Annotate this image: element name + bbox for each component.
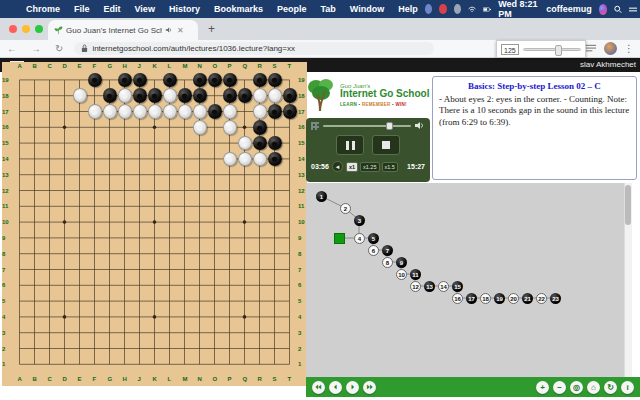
black-stone-F19: ● — [88, 73, 102, 88]
row-label: 4 — [298, 314, 301, 320]
white-stone-J17: ● — [133, 104, 147, 119]
row-label: 8 — [2, 251, 5, 257]
white-stone-N17: ● — [193, 104, 207, 119]
black-stone-T18: ● — [283, 88, 297, 103]
black-stone-S17: ● — [268, 104, 282, 119]
row-label: 17 — [298, 109, 305, 115]
total-time: 15:27 — [407, 163, 425, 170]
row-label: 7 — [298, 267, 301, 273]
menu-edit[interactable]: Edit — [97, 4, 128, 14]
tree-current-position-marker[interactable] — [334, 233, 345, 244]
col-label: J — [138, 376, 141, 382]
black-stone-H19: ● — [118, 73, 132, 88]
tab-favicon-sprout-icon — [54, 26, 63, 35]
col-label: L — [168, 63, 172, 69]
col-label: R — [258, 63, 262, 69]
black-stone-N18: ● — [193, 88, 207, 103]
white-stone-N16: ● — [193, 120, 207, 135]
tree-move-node-4[interactable]: 4 — [354, 233, 365, 244]
row-label: 13 — [2, 172, 9, 178]
col-label: O — [213, 63, 218, 69]
row-label: 19 — [298, 77, 305, 83]
col-label: O — [213, 376, 218, 382]
zoom-out-button[interactable]: − — [553, 381, 566, 394]
tree-move-node-11[interactable]: 11 — [410, 269, 421, 280]
elapsed-time: 03:56 — [311, 163, 329, 170]
tree-move-node-5[interactable]: 5 — [368, 233, 379, 244]
white-stone-M17: ● — [178, 104, 192, 119]
chrome-tab-bar: Guo Juan's Internet Go Sch ✕ + — [0, 18, 640, 40]
col-label: L — [168, 376, 172, 382]
row-label: 15 — [2, 140, 9, 146]
tree-move-node-22[interactable]: 22 — [536, 293, 547, 304]
maximize-window-button[interactable] — [35, 25, 43, 33]
col-label: A — [18, 63, 22, 69]
col-label: D — [63, 63, 67, 69]
zoom-slider-thumb[interactable] — [555, 45, 562, 56]
col-label: N — [198, 376, 202, 382]
col-label: H — [123, 63, 127, 69]
tree-move-node-6[interactable]: 6 — [368, 245, 379, 256]
row-label: 7 — [2, 267, 5, 273]
reading-list-icon[interactable] — [586, 44, 597, 54]
speed-button-x1.25[interactable]: x1.25 — [360, 162, 379, 172]
step-back-button[interactable]: ⏴ — [329, 381, 342, 394]
menu-file[interactable]: File — [67, 4, 97, 14]
siri-icon[interactable] — [599, 4, 607, 15]
tree-connector-lines — [306, 183, 624, 377]
col-label: K — [153, 63, 157, 69]
battery-icon[interactable] — [483, 5, 491, 14]
row-label: 10 — [2, 219, 9, 225]
volume-slider[interactable] — [323, 125, 411, 127]
black-stone-R16: ● — [253, 120, 267, 135]
forward-button[interactable]: → — [31, 43, 41, 54]
white-stone-S18: ● — [268, 88, 282, 103]
audio-player: 03:56 ◂ x1x1.25x1.5 15:27 — [306, 118, 430, 182]
white-stone-L18: ● — [163, 88, 177, 103]
tree-scrollbar-thumb[interactable] — [625, 185, 631, 225]
row-label: 16 — [2, 124, 9, 130]
white-stone-H18: ● — [118, 88, 132, 103]
tree-move-node-9[interactable]: 9 — [396, 257, 407, 268]
camera-status-icon[interactable] — [454, 4, 461, 14]
col-label: Q — [243, 63, 248, 69]
row-label: 12 — [2, 188, 9, 194]
col-label: C — [48, 63, 52, 69]
col-label: P — [228, 376, 232, 382]
screen: Chrome File Edit View History Bookmarks … — [0, 0, 640, 400]
row-label: 18 — [2, 93, 9, 99]
row-label: 8 — [298, 251, 301, 257]
row-label: 11 — [2, 203, 8, 209]
go-board[interactable]: ●●●●●●●●●●●●●●●●●●●●●●●●●●●●●●●●●●●●●●●●… — [2, 62, 307, 386]
board-stones-layer: ●●●●●●●●●●●●●●●●●●●●●●●●●●●●●●●●●●●●●●●●… — [12, 72, 297, 373]
col-label: T — [288, 63, 292, 69]
row-label: 11 — [298, 203, 304, 209]
row-label: 9 — [298, 235, 301, 241]
row-label: 3 — [2, 330, 5, 336]
black-stone-K18: ● — [148, 88, 162, 103]
col-label: K — [153, 376, 157, 382]
lesson-description: - About eyes 2: eyes in the corner. - Co… — [439, 94, 630, 128]
tree-move-node-19[interactable]: 19 — [494, 293, 505, 304]
black-stone-O19: ● — [208, 73, 222, 88]
tab-close-icon[interactable]: ✕ — [177, 26, 184, 35]
black-stone-N19: ● — [193, 73, 207, 88]
white-stone-P17: ● — [223, 104, 237, 119]
menu-clock[interactable]: Wed 8:21 PM — [498, 0, 539, 19]
lock-icon — [81, 44, 88, 53]
url-text: internetgoschool.com/auth/lectures/1036.… — [92, 44, 295, 53]
browser-tab[interactable]: Guo Juan's Internet Go Sch ✕ — [48, 20, 198, 40]
tree-move-node-14[interactable]: 14 — [438, 281, 449, 292]
white-stone-Q14: ● — [238, 152, 252, 167]
rewind-button[interactable]: ◂ — [332, 161, 343, 172]
row-label: 2 — [298, 346, 301, 352]
white-stone-R14: ● — [253, 152, 267, 167]
row-label: 5 — [298, 298, 301, 304]
minimize-window-button[interactable] — [22, 25, 30, 33]
skip-start-button[interactable]: ⏴⏴ — [312, 381, 325, 394]
tab-audio-icon[interactable] — [165, 26, 173, 34]
new-tab-button[interactable]: + — [208, 22, 215, 36]
zoom-in-button[interactable]: + — [536, 381, 549, 394]
col-label: E — [78, 63, 82, 69]
menu-tab[interactable]: Tab — [313, 4, 342, 14]
step-forward-button[interactable]: ⏵ — [346, 381, 359, 394]
black-stone-L19: ● — [163, 73, 177, 88]
tree-move-node-1[interactable]: 1 — [316, 191, 327, 202]
col-label: M — [183, 376, 188, 382]
col-label: P — [228, 63, 232, 69]
col-label: G — [108, 376, 113, 382]
col-label: Q — [243, 376, 248, 382]
pause-button[interactable] — [336, 135, 364, 155]
tree-move-node-15[interactable]: 15 — [452, 281, 463, 292]
logo-main-text: Internet Go School — [340, 89, 429, 100]
site-logo[interactable]: Guo Juan's Internet Go School LEARN - RE… — [306, 74, 430, 116]
reload-button[interactable]: ↻ — [55, 43, 63, 54]
lesson-info-box: Basics: Step-by-step Lesson 02 – C - Abo… — [432, 76, 637, 180]
row-label: 14 — [2, 156, 9, 162]
black-stone-P18: ● — [223, 88, 237, 103]
menu-chrome[interactable]: Chrome — [19, 4, 67, 14]
white-stone-P14: ● — [223, 152, 237, 167]
row-label: 1 — [298, 361, 301, 367]
tree-move-node-13[interactable]: 13 — [424, 281, 435, 292]
skip-end-button[interactable]: ⏵⏵ — [363, 381, 376, 394]
black-stone-R19: ● — [253, 73, 267, 88]
row-label: 18 — [298, 93, 305, 99]
white-stone-L17: ● — [163, 104, 177, 119]
tab-title: Guo Juan's Internet Go Sch — [66, 26, 162, 35]
menu-people[interactable]: People — [270, 4, 314, 14]
stop-button[interactable] — [372, 135, 400, 155]
black-stone-J19: ● — [133, 73, 147, 88]
col-label: S — [273, 376, 277, 382]
white-stone-G17: ● — [103, 104, 117, 119]
macos-menu-bar: Chrome File Edit View History Bookmarks … — [0, 0, 640, 18]
zoom-slider[interactable] — [523, 48, 581, 51]
info-button[interactable]: i — [621, 381, 634, 394]
move-tree-panel[interactable]: 1234567891011121314151617181920212223 — [306, 183, 632, 377]
col-label: A — [18, 376, 22, 382]
black-stone-R15: ● — [253, 136, 267, 151]
tree-move-node-3[interactable]: 3 — [354, 215, 365, 226]
row-label: 2 — [2, 346, 5, 352]
row-label: 6 — [298, 282, 301, 288]
row-label: 19 — [2, 77, 9, 83]
white-stone-K17: ● — [148, 104, 162, 119]
menu-view[interactable]: View — [128, 4, 162, 14]
tree-move-node-7[interactable]: 7 — [382, 245, 393, 256]
white-stone-F17: ● — [88, 104, 102, 119]
people-status-icon[interactable] — [425, 4, 432, 14]
col-label: C — [48, 376, 52, 382]
tree-move-node-12[interactable]: 12 — [410, 281, 421, 292]
tree-move-node-23[interactable]: 23 — [550, 293, 561, 304]
speed-button-x1.5[interactable]: x1.5 — [382, 162, 398, 172]
speed-button-x1[interactable]: x1 — [346, 162, 358, 172]
tree-move-node-21[interactable]: 21 — [522, 293, 533, 304]
black-stone-P19: ● — [223, 73, 237, 88]
menu-help[interactable]: Help — [391, 4, 425, 14]
home-button[interactable]: ⌂ — [587, 381, 600, 394]
col-label: S — [273, 63, 277, 69]
back-button[interactable]: ← — [7, 43, 17, 54]
site-username[interactable]: slav Akhmechet — [580, 60, 636, 69]
row-label: 5 — [2, 298, 5, 304]
col-label: J — [138, 63, 141, 69]
col-label: B — [33, 63, 37, 69]
white-stone-R18: ● — [253, 88, 267, 103]
row-label: 14 — [298, 156, 305, 162]
white-stone-E18: ● — [73, 88, 87, 103]
col-label: F — [93, 376, 97, 382]
black-stone-S15: ● — [268, 136, 282, 151]
volume-knob[interactable] — [386, 122, 393, 130]
logo-tagline: LEARN - REMEMBER - WIN! — [340, 102, 429, 107]
tree-move-node-20[interactable]: 20 — [508, 293, 519, 304]
lesson-title: Basics: Step-by-step Lesson 02 – C — [439, 81, 630, 91]
logo-tree-icon — [306, 77, 336, 113]
white-stone-R17: ● — [253, 104, 267, 119]
tree-move-node-18[interactable]: 18 — [480, 293, 491, 304]
col-label: F — [93, 63, 97, 69]
white-stone-H17: ● — [118, 104, 132, 119]
black-stone-M18: ● — [178, 88, 192, 103]
col-label: H — [123, 376, 127, 382]
col-label: B — [33, 376, 37, 382]
profile-avatar[interactable] — [604, 42, 617, 55]
black-stone-S19: ● — [268, 73, 282, 88]
row-label: 13 — [298, 172, 305, 178]
row-label: 3 — [298, 330, 301, 336]
spotlight-search-icon[interactable] — [614, 5, 622, 14]
menu-username[interactable]: coffeemug — [546, 4, 592, 14]
black-stone-S14: ● — [268, 152, 282, 167]
app-badge-icon[interactable] — [439, 4, 446, 14]
col-label: T — [288, 376, 292, 382]
row-label: 1 — [2, 361, 5, 367]
col-label: N — [198, 63, 202, 69]
refresh-button[interactable]: ↻ — [604, 381, 617, 394]
speaker-icon[interactable] — [415, 121, 425, 130]
row-label: 17 — [2, 109, 9, 115]
zoom-value: 125 — [501, 44, 519, 55]
player-menu-icon[interactable] — [311, 122, 319, 130]
menu-bookmarks[interactable]: Bookmarks — [207, 4, 270, 14]
black-stone-O17: ● — [208, 104, 222, 119]
menu-window[interactable]: Window — [343, 4, 391, 14]
col-label: M — [183, 63, 188, 69]
close-window-button[interactable] — [9, 25, 17, 33]
row-label: 15 — [298, 140, 305, 146]
tree-move-node-17[interactable]: 17 — [466, 293, 477, 304]
row-label: 6 — [2, 282, 5, 288]
tree-move-node-16[interactable]: 16 — [452, 293, 463, 304]
board-zoom-popup: 125 — [496, 40, 586, 58]
black-stone-J18: ● — [133, 88, 147, 103]
col-label: E — [78, 376, 82, 382]
tree-scrollbar[interactable] — [624, 183, 632, 377]
col-label: D — [63, 376, 67, 382]
col-label: G — [108, 63, 113, 69]
black-stone-Q18: ● — [238, 88, 252, 103]
address-bar[interactable]: internetgoschool.com/auth/lectures/1036.… — [74, 42, 434, 55]
notification-center-icon[interactable] — [629, 5, 637, 14]
row-label: 10 — [298, 219, 305, 225]
zoom-reset-button[interactable]: ◎ — [570, 381, 583, 394]
chrome-menu-icon[interactable]: ⋮ — [624, 43, 634, 54]
menu-history[interactable]: History — [162, 4, 207, 14]
board-control-toolbar: ⏴⏴⏴⏵⏵⏵+−◎⌂↻i — [306, 377, 640, 397]
tree-move-node-10[interactable]: 10 — [396, 269, 407, 280]
wifi-icon[interactable] — [468, 5, 476, 14]
white-stone-Q15: ● — [238, 136, 252, 151]
white-stone-P16: ● — [223, 120, 237, 135]
black-stone-G18: ● — [103, 88, 117, 103]
row-label: 12 — [298, 188, 305, 194]
black-stone-T17: ● — [283, 104, 297, 119]
row-label: 16 — [298, 124, 305, 130]
row-label: 9 — [2, 235, 5, 241]
row-label: 4 — [2, 314, 5, 320]
col-label: R — [258, 376, 262, 382]
tree-move-node-8[interactable]: 8 — [382, 257, 393, 268]
tree-move-node-2[interactable]: 2 — [340, 203, 351, 214]
